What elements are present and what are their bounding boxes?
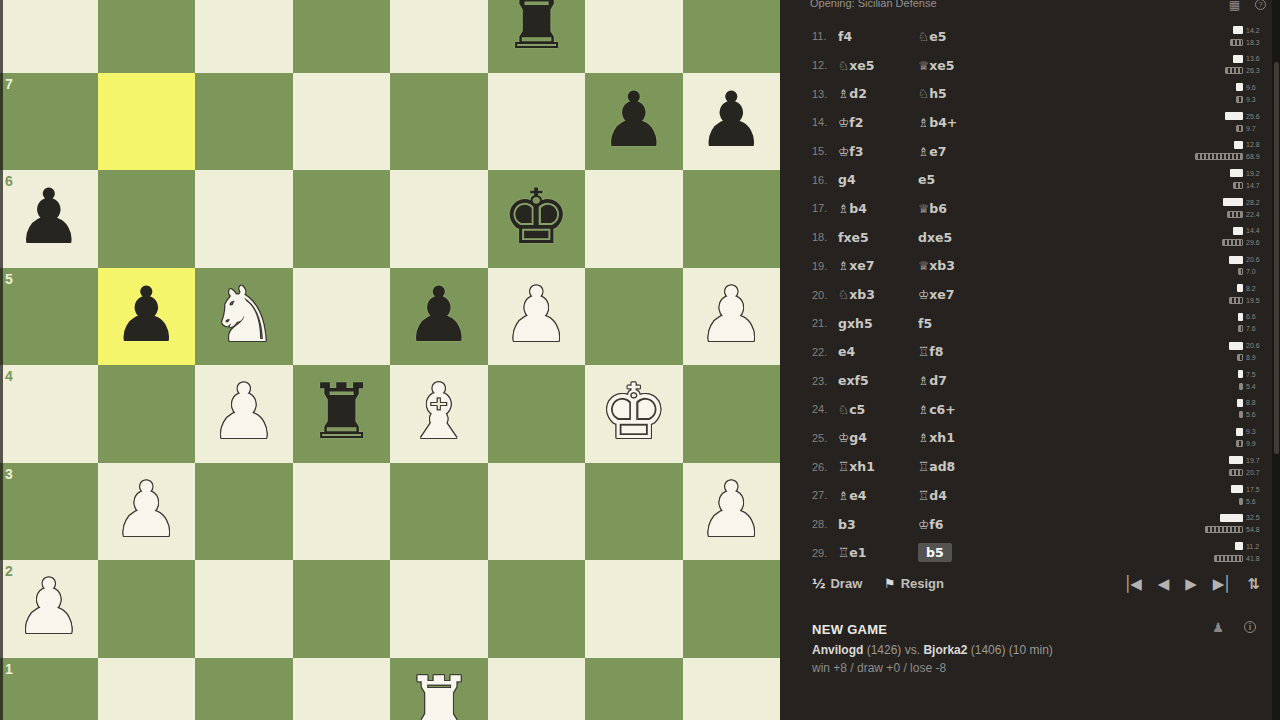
square-h8[interactable] bbox=[683, 0, 781, 73]
square-d2[interactable] bbox=[293, 560, 391, 658]
move-row-20: 20.♘xb3♔xe78.219.5 bbox=[780, 280, 1272, 309]
white-time-value: 20.6 bbox=[1246, 256, 1262, 263]
white-knight-c5[interactable]: ♞ bbox=[195, 268, 293, 366]
square-f6[interactable]: ♚ bbox=[488, 170, 586, 268]
chess-board: 8♜7♟♟6♟♚5♟♞♟♟♟4♟♜♝♚3♟♟2♟1♜ bbox=[0, 0, 780, 720]
black-time-bar bbox=[1230, 39, 1243, 46]
black-pawn-g7[interactable]: ♟ bbox=[585, 73, 683, 171]
white-move[interactable]: ♗d2 bbox=[838, 86, 916, 101]
square-f1[interactable] bbox=[488, 658, 586, 720]
square-b8[interactable] bbox=[98, 0, 196, 73]
white-move[interactable]: ♗e4 bbox=[838, 488, 916, 503]
black-move[interactable]: ♖ad8 bbox=[918, 459, 1008, 474]
square-c3[interactable] bbox=[195, 463, 293, 561]
move-time-bars: 19.720.7 bbox=[1152, 454, 1262, 478]
white-time-value: 12.8 bbox=[1246, 141, 1262, 148]
move-number: 13. bbox=[812, 88, 836, 100]
black-time-bar bbox=[1195, 153, 1243, 160]
square-a8[interactable]: 8 bbox=[0, 0, 98, 73]
white-move[interactable]: ♖e1 bbox=[838, 545, 916, 560]
move-number: 24. bbox=[812, 403, 836, 415]
square-b3[interactable]: ♟ bbox=[98, 463, 196, 561]
move-number: 22. bbox=[812, 346, 836, 358]
move-row-11: 11.f4♘e514.218.3 bbox=[780, 22, 1272, 51]
black-time-value: 7.0 bbox=[1246, 268, 1262, 275]
black-time-bar bbox=[1236, 440, 1243, 447]
move-time-bars: 6.67.6 bbox=[1152, 311, 1262, 335]
move-row-26: 26.♖xh1♖ad819.720.7 bbox=[780, 452, 1272, 481]
move-time-bars: 13.626.3 bbox=[1152, 53, 1262, 77]
black-move[interactable]: ♔xe7 bbox=[918, 287, 1008, 302]
square-d1[interactable] bbox=[293, 658, 391, 720]
move-time-bars: 20.67.0 bbox=[1152, 254, 1262, 278]
square-h5[interactable]: ♟ bbox=[683, 268, 781, 366]
white-time-bar bbox=[1233, 55, 1243, 63]
white-pawn-f5[interactable]: ♟ bbox=[488, 268, 586, 366]
square-d4[interactable]: ♜ bbox=[293, 365, 391, 463]
square-g5[interactable] bbox=[585, 268, 683, 366]
black-move[interactable]: ♗xh1 bbox=[918, 430, 1008, 445]
move-time-bars: 32.554.8 bbox=[1152, 512, 1262, 536]
rank-label-4: 4 bbox=[5, 368, 13, 384]
white-time-bar bbox=[1220, 514, 1243, 522]
square-a6[interactable]: 6♟ bbox=[0, 170, 98, 268]
new-game-title: NEW GAME bbox=[812, 622, 1252, 637]
move-number: 16. bbox=[812, 174, 836, 186]
move-time-bars: 7.55.4 bbox=[1152, 368, 1262, 392]
white-time-bar bbox=[1223, 198, 1243, 206]
move-number: 20. bbox=[812, 289, 836, 301]
black-pawn-b5[interactable]: ♟ bbox=[98, 268, 196, 366]
square-d7[interactable] bbox=[293, 73, 391, 171]
move-row-24: 24.♘c5♗c6+8.85.6 bbox=[780, 395, 1272, 424]
chess-app: 8♜7♟♟6♟♚5♟♞♟♟♟4♟♜♝♚3♟♟2♟1♜ Opening: Sici… bbox=[0, 0, 1280, 720]
rank-label-5: 5 bbox=[5, 271, 13, 287]
move-row-15: 15.♔f3♗e712.868.9 bbox=[780, 137, 1272, 166]
black-move[interactable]: ♘e5 bbox=[918, 29, 1008, 44]
move-time-bars: 8.219.5 bbox=[1152, 282, 1262, 306]
square-f2[interactable] bbox=[488, 560, 586, 658]
white-time-value: 7.5 bbox=[1246, 371, 1262, 378]
black-move[interactable]: ♗b4+ bbox=[918, 115, 1008, 130]
white-time-value: 9.3 bbox=[1246, 428, 1262, 435]
square-a2[interactable]: 2♟ bbox=[0, 560, 98, 658]
square-f7[interactable] bbox=[488, 73, 586, 171]
black-time-value: 20.7 bbox=[1246, 469, 1262, 476]
last-move-icon[interactable]: ▶│ bbox=[1213, 575, 1230, 593]
square-a1[interactable]: 1 bbox=[0, 658, 98, 720]
half-point-icon: ½ bbox=[812, 576, 825, 591]
move-row-16: 16.g4e519.214.7 bbox=[780, 165, 1272, 194]
black-time-value: 9.9 bbox=[1246, 440, 1262, 447]
white-player-rating: (1426) bbox=[867, 643, 902, 657]
black-time-value: 9.3 bbox=[1246, 96, 1262, 103]
black-time-value: 7.6 bbox=[1246, 325, 1262, 332]
black-king-f6[interactable]: ♚ bbox=[488, 170, 586, 268]
square-h1[interactable] bbox=[683, 658, 781, 720]
move-row-22: 22.e4♖f820.68.9 bbox=[780, 338, 1272, 367]
white-time-value: 8.8 bbox=[1246, 399, 1262, 406]
black-time-bar bbox=[1238, 325, 1243, 332]
black-move[interactable]: ♘h5 bbox=[918, 86, 1008, 101]
move-row-25: 25.♔g4♗xh19.39.9 bbox=[780, 424, 1272, 453]
help-icon[interactable]: ? bbox=[1255, 0, 1266, 10]
square-d8[interactable] bbox=[293, 0, 391, 73]
white-time-value: 14.4 bbox=[1246, 227, 1262, 234]
square-e1[interactable]: ♜ bbox=[390, 658, 488, 720]
move-row-18: 18.fxe5dxe514.429.6 bbox=[780, 223, 1272, 252]
movelist-toggle-icon[interactable]: ⇅ bbox=[1247, 575, 1258, 593]
move-number: 18. bbox=[812, 231, 836, 243]
square-f4[interactable] bbox=[488, 365, 586, 463]
black-move[interactable]: ♕xe5 bbox=[918, 58, 1008, 73]
black-time-bar bbox=[1236, 125, 1243, 132]
square-e2[interactable] bbox=[390, 560, 488, 658]
square-c5[interactable]: ♞ bbox=[195, 268, 293, 366]
white-time-value: 17.5 bbox=[1246, 486, 1262, 493]
vs-label: vs. bbox=[905, 643, 920, 657]
black-time-bar bbox=[1239, 498, 1243, 505]
square-a4[interactable]: 4 bbox=[0, 365, 98, 463]
move-number: 17. bbox=[812, 202, 836, 214]
move-row-12: 12.♘xe5♕xe513.626.3 bbox=[780, 51, 1272, 80]
move-row-27: 27.♗e4♖d417.55.6 bbox=[780, 481, 1272, 510]
square-d6[interactable] bbox=[293, 170, 391, 268]
move-time-bars: 11.241.8 bbox=[1152, 540, 1262, 564]
white-move[interactable]: ♘xe5 bbox=[838, 58, 916, 73]
move-time-bars: 9.69.3 bbox=[1152, 81, 1262, 105]
white-move[interactable]: ♘c5 bbox=[838, 402, 916, 417]
white-move[interactable]: g4 bbox=[838, 172, 916, 187]
move-time-bars: 25.69.7 bbox=[1152, 110, 1262, 134]
black-time-bar bbox=[1214, 555, 1243, 562]
rank-label-3: 3 bbox=[5, 466, 13, 482]
move-time-bars: 28.222.4 bbox=[1152, 196, 1262, 220]
white-time-bar bbox=[1237, 399, 1243, 407]
move-row-13: 13.♗d2♘h59.69.3 bbox=[780, 79, 1272, 108]
square-f5[interactable]: ♟ bbox=[488, 268, 586, 366]
move-row-14: 14.♔f2♗b4+25.69.7 bbox=[780, 108, 1272, 137]
game-side-panel: Opening: Sicilian Defense ▦ ? 11.f4♘e514… bbox=[780, 0, 1280, 720]
black-time-bar bbox=[1239, 383, 1243, 390]
black-move[interactable]: dxe5 bbox=[918, 230, 1008, 245]
white-king-g4[interactable]: ♚ bbox=[585, 365, 683, 463]
resign-button[interactable]: ⚑Resign bbox=[884, 576, 944, 591]
move-number: 21. bbox=[812, 317, 836, 329]
black-time-value: 9.7 bbox=[1246, 125, 1262, 132]
black-time-value: 8.9 bbox=[1246, 354, 1262, 361]
black-move[interactable]: ♔f6 bbox=[918, 517, 1008, 532]
square-d5[interactable] bbox=[293, 268, 391, 366]
square-b5[interactable]: ♟ bbox=[98, 268, 196, 366]
white-pawn-a2[interactable]: ♟ bbox=[0, 560, 98, 658]
square-c6[interactable] bbox=[195, 170, 293, 268]
black-time-value: 41.8 bbox=[1246, 555, 1262, 562]
white-move[interactable]: fxe5 bbox=[838, 230, 916, 245]
white-time-value: 20.6 bbox=[1246, 342, 1262, 349]
players-line: Anvilogd (1426) vs. Bjorka2 (1406) (10 m… bbox=[812, 643, 1252, 657]
move-time-bars: 20.68.9 bbox=[1152, 340, 1262, 364]
white-pawn-b3[interactable]: ♟ bbox=[98, 463, 196, 561]
move-number: 14. bbox=[812, 116, 836, 128]
black-pawn-a6[interactable]: ♟ bbox=[0, 170, 98, 268]
square-g8[interactable] bbox=[585, 0, 683, 73]
layout-grid-icon[interactable]: ▦ bbox=[1229, 0, 1240, 12]
white-time-bar bbox=[1225, 112, 1243, 120]
rank-label-7: 7 bbox=[5, 76, 13, 92]
square-f3[interactable] bbox=[488, 463, 586, 561]
square-e8[interactable] bbox=[390, 0, 488, 73]
white-time-bar bbox=[1234, 141, 1243, 149]
black-time-bar bbox=[1225, 67, 1243, 74]
draw-button[interactable]: ½Draw bbox=[812, 576, 862, 591]
square-b6[interactable] bbox=[98, 170, 196, 268]
black-time-value: 26.3 bbox=[1246, 67, 1262, 74]
black-time-bar bbox=[1237, 354, 1243, 361]
black-time-bar bbox=[1229, 469, 1243, 476]
black-player-rating: (1406) bbox=[971, 643, 1006, 657]
move-row-17: 17.♗b4♕b628.222.4 bbox=[780, 194, 1272, 223]
black-move[interactable]: ♕xb3 bbox=[918, 258, 1008, 273]
black-rook-f8[interactable]: ♜ bbox=[488, 0, 586, 73]
move-time-bars: 12.868.9 bbox=[1152, 139, 1262, 163]
white-move[interactable]: ♖xh1 bbox=[838, 459, 916, 474]
white-time-value: 19.7 bbox=[1246, 457, 1262, 464]
move-time-bars: 9.39.9 bbox=[1152, 426, 1262, 450]
black-time-value: 5.4 bbox=[1246, 383, 1262, 390]
white-time-bar bbox=[1237, 284, 1243, 292]
white-time-value: 32.5 bbox=[1246, 514, 1262, 521]
white-time-value: 28.2 bbox=[1246, 199, 1262, 206]
black-time-value: 68.9 bbox=[1246, 153, 1262, 160]
black-move[interactable]: ♗c6+ bbox=[918, 402, 1008, 417]
black-time-bar bbox=[1233, 182, 1243, 189]
square-g6[interactable] bbox=[585, 170, 683, 268]
info-icon[interactable]: i bbox=[1244, 621, 1256, 633]
white-move[interactable]: ♗xe7 bbox=[838, 258, 916, 273]
move-number: 12. bbox=[812, 59, 836, 71]
black-move[interactable]: ♕b6 bbox=[918, 201, 1008, 216]
square-h6[interactable] bbox=[683, 170, 781, 268]
square-a7[interactable]: 7 bbox=[0, 73, 98, 171]
black-time-bar bbox=[1229, 297, 1243, 304]
white-time-bar bbox=[1229, 256, 1243, 264]
square-e6[interactable] bbox=[390, 170, 488, 268]
square-f8[interactable]: ♜ bbox=[488, 0, 586, 73]
panel-header: Opening: Sicilian Defense ▦ ? bbox=[780, 0, 1280, 14]
square-b1[interactable] bbox=[98, 658, 196, 720]
white-move[interactable]: gxh5 bbox=[838, 316, 916, 331]
white-pawn-c4[interactable]: ♟ bbox=[195, 365, 293, 463]
square-e7[interactable] bbox=[390, 73, 488, 171]
square-c8[interactable] bbox=[195, 0, 293, 73]
white-time-value: 19.2 bbox=[1246, 170, 1262, 177]
move-number: 28. bbox=[812, 518, 836, 530]
square-h2[interactable] bbox=[683, 560, 781, 658]
move-number: 11. bbox=[812, 30, 836, 42]
black-time-value: 5.6 bbox=[1246, 411, 1262, 418]
black-rook-d4[interactable]: ♜ bbox=[293, 365, 391, 463]
move-number: 15. bbox=[812, 145, 836, 157]
square-h4[interactable] bbox=[683, 365, 781, 463]
square-c1[interactable] bbox=[195, 658, 293, 720]
white-time-bar bbox=[1236, 83, 1243, 91]
white-move[interactable]: f4 bbox=[838, 29, 916, 44]
white-move[interactable]: ♗b4 bbox=[838, 201, 916, 216]
move-number: 23. bbox=[812, 375, 836, 387]
black-pawn-h7[interactable]: ♟ bbox=[683, 73, 781, 171]
white-time-bar bbox=[1233, 26, 1243, 34]
move-number: 25. bbox=[812, 432, 836, 444]
white-pawn-h3[interactable]: ♟ bbox=[683, 463, 781, 561]
square-a3[interactable]: 3 bbox=[0, 463, 98, 561]
square-h3[interactable]: ♟ bbox=[683, 463, 781, 561]
move-time-bars: 19.214.7 bbox=[1152, 167, 1262, 191]
square-c2[interactable] bbox=[195, 560, 293, 658]
black-time-bar bbox=[1222, 239, 1243, 246]
white-time-bar bbox=[1235, 542, 1243, 550]
move-time-bars: 14.429.6 bbox=[1152, 225, 1262, 249]
board-edge bbox=[0, 0, 3, 720]
white-time-bar bbox=[1233, 227, 1243, 235]
square-e5[interactable]: ♟ bbox=[390, 268, 488, 366]
square-a5[interactable]: 5 bbox=[0, 268, 98, 366]
black-time-value: 29.6 bbox=[1246, 239, 1262, 246]
move-time-bars: 17.55.6 bbox=[1152, 483, 1262, 507]
black-time-value: 14.7 bbox=[1246, 182, 1262, 189]
black-time-value: 5.6 bbox=[1246, 498, 1262, 505]
white-move[interactable]: ♘xb3 bbox=[838, 287, 916, 302]
white-time-value: 6.6 bbox=[1246, 313, 1262, 320]
square-b2[interactable] bbox=[98, 560, 196, 658]
white-time-value: 9.6 bbox=[1246, 84, 1262, 91]
white-move[interactable]: exf5 bbox=[838, 373, 916, 388]
square-g3[interactable] bbox=[585, 463, 683, 561]
white-time-bar bbox=[1231, 485, 1243, 493]
square-d3[interactable] bbox=[293, 463, 391, 561]
white-time-value: 11.2 bbox=[1246, 543, 1262, 550]
black-time-bar bbox=[1239, 411, 1243, 418]
white-time-bar bbox=[1238, 313, 1243, 321]
first-move-icon[interactable]: │◀ bbox=[1123, 575, 1140, 593]
resign-flag-icon: ⚑ bbox=[884, 576, 896, 591]
move-number: 27. bbox=[812, 489, 836, 501]
time-control: (10 min) bbox=[1009, 643, 1053, 657]
black-move[interactable]: ♗e7 bbox=[918, 144, 1008, 159]
move-list: 11.f4♘e514.218.312.♘xe5♕xe513.626.313.♗d… bbox=[780, 22, 1272, 567]
square-g2[interactable] bbox=[585, 560, 683, 658]
rank-label-1: 1 bbox=[5, 661, 13, 677]
move-number: 19. bbox=[812, 260, 836, 272]
move-number: 29. bbox=[812, 547, 836, 559]
move-time-bars: 14.218.3 bbox=[1152, 24, 1262, 48]
new-game-section: NEW GAME Anvilogd (1426) vs. Bjorka2 (14… bbox=[812, 622, 1252, 675]
white-time-bar bbox=[1238, 370, 1243, 378]
black-pawn-e5[interactable]: ♟ bbox=[390, 268, 488, 366]
square-h7[interactable]: ♟ bbox=[683, 73, 781, 171]
white-pawn-h5[interactable]: ♟ bbox=[683, 268, 781, 366]
draw-button-label: Draw bbox=[830, 576, 862, 591]
white-time-value: 25.6 bbox=[1246, 113, 1262, 120]
next-move-icon[interactable]: ▶ bbox=[1185, 575, 1195, 593]
board-grid: 8♜7♟♟6♟♚5♟♞♟♟♟4♟♜♝♚3♟♟2♟1♜ bbox=[0, 0, 780, 720]
square-g4[interactable]: ♚ bbox=[585, 365, 683, 463]
rating-stakes: win +8 / draw +0 / lose -8 bbox=[812, 661, 1252, 675]
move-number: 26. bbox=[812, 461, 836, 473]
black-time-bar bbox=[1238, 268, 1243, 275]
move-row-29: 29.♖e1b511.241.8 bbox=[780, 538, 1272, 567]
white-move[interactable]: ♔f3 bbox=[838, 144, 916, 159]
scrollbar-track[interactable] bbox=[1272, 0, 1280, 720]
black-move[interactable]: b5 bbox=[918, 545, 1008, 560]
black-move[interactable]: e5 bbox=[918, 172, 1008, 187]
white-time-value: 8.2 bbox=[1246, 285, 1262, 292]
move-row-23: 23.exf5♗d77.55.4 bbox=[780, 366, 1272, 395]
white-player-name[interactable]: Anvilogd bbox=[812, 643, 863, 657]
action-bar: ½Draw ⚑Resign │◀ ◀ ▶ ▶│ ⇅ bbox=[780, 572, 1272, 602]
move-time-bars: 8.85.6 bbox=[1152, 397, 1262, 421]
white-time-bar bbox=[1229, 342, 1243, 350]
black-time-bar bbox=[1227, 211, 1243, 218]
black-time-value: 18.3 bbox=[1246, 39, 1262, 46]
white-time-bar bbox=[1236, 428, 1243, 436]
white-move[interactable]: b3 bbox=[838, 517, 916, 532]
resign-button-label: Resign bbox=[901, 576, 944, 591]
black-player-name[interactable]: Bjorka2 bbox=[923, 643, 967, 657]
black-move[interactable]: ♖f8 bbox=[918, 344, 1008, 359]
black-move[interactable]: ♗d7 bbox=[918, 373, 1008, 388]
move-row-28: 28.b3♔f632.554.8 bbox=[780, 510, 1272, 539]
previous-move-icon[interactable]: ◀ bbox=[1158, 575, 1168, 593]
white-move[interactable]: e4 bbox=[838, 344, 916, 359]
move-navigation: │◀ ◀ ▶ ▶│ ⇅ bbox=[1123, 575, 1258, 593]
black-time-bar bbox=[1205, 526, 1243, 533]
scrollbar-thumb[interactable] bbox=[1274, 62, 1279, 454]
black-time-value: 22.4 bbox=[1246, 211, 1262, 218]
white-move[interactable]: ♔f2 bbox=[838, 115, 916, 130]
black-time-bar bbox=[1236, 96, 1243, 103]
square-e4[interactable]: ♝ bbox=[390, 365, 488, 463]
black-time-value: 19.5 bbox=[1246, 297, 1262, 304]
white-time-value: 13.6 bbox=[1246, 55, 1262, 62]
black-time-value: 54.8 bbox=[1246, 526, 1262, 533]
challenge-icon[interactable]: ♟ bbox=[1212, 620, 1224, 635]
black-move[interactable]: f5 bbox=[918, 316, 1008, 331]
move-row-21: 21.gxh5f56.67.6 bbox=[780, 309, 1272, 338]
move-row-19: 19.♗xe7♕xb320.67.0 bbox=[780, 252, 1272, 281]
white-time-bar bbox=[1230, 169, 1243, 177]
square-g7[interactable]: ♟ bbox=[585, 73, 683, 171]
square-c7[interactable] bbox=[195, 73, 293, 171]
opening-name: Opening: Sicilian Defense bbox=[810, 0, 937, 9]
white-bishop-e4[interactable]: ♝ bbox=[390, 365, 488, 463]
white-time-value: 14.2 bbox=[1246, 27, 1262, 34]
square-b4[interactable] bbox=[98, 365, 196, 463]
white-rook-e1[interactable]: ♜ bbox=[390, 658, 488, 720]
square-b7[interactable] bbox=[98, 73, 196, 171]
square-e3[interactable] bbox=[390, 463, 488, 561]
black-move[interactable]: ♖d4 bbox=[918, 488, 1008, 503]
white-move[interactable]: ♔g4 bbox=[838, 430, 916, 445]
square-c4[interactable]: ♟ bbox=[195, 365, 293, 463]
square-g1[interactable] bbox=[585, 658, 683, 720]
white-time-bar bbox=[1229, 456, 1243, 464]
